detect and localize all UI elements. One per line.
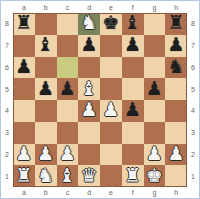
square-d5[interactable]: ♝ xyxy=(78,78,100,100)
square-c8[interactable] xyxy=(57,13,79,35)
corner-top-right xyxy=(187,1,199,13)
rank-label-2: 2 xyxy=(1,144,13,166)
square-g7[interactable] xyxy=(144,35,166,57)
file-label-e: e xyxy=(100,187,122,198)
corner-top-left xyxy=(1,1,13,13)
rank-label-8: 8 xyxy=(1,13,13,35)
file-label-c: c xyxy=(57,1,79,13)
black-rook-a8[interactable]: ♜ xyxy=(15,13,32,32)
square-a7[interactable] xyxy=(13,35,35,57)
chess-board-widget: abcdefgh 87654321 ♜♞♚♝♜♝♟♟♟♟♞♟♟♝♟♟♟♟♟♟♟♟… xyxy=(0,0,200,199)
black-knight-h6[interactable]: ♞ xyxy=(168,57,185,76)
white-pawn-c2[interactable]: ♟ xyxy=(59,144,76,163)
square-e5[interactable] xyxy=(100,78,122,100)
square-a4[interactable] xyxy=(13,100,35,122)
square-b8[interactable] xyxy=(35,13,57,35)
square-h1[interactable] xyxy=(165,165,187,187)
file-label-a: a xyxy=(13,1,35,13)
square-f8[interactable]: ♝ xyxy=(122,13,144,35)
square-e7[interactable] xyxy=(100,35,122,57)
square-d3[interactable] xyxy=(78,122,100,144)
square-d8[interactable]: ♞ xyxy=(78,13,100,35)
black-pawn-b5[interactable]: ♟ xyxy=(37,79,54,98)
square-h2[interactable]: ♟ xyxy=(165,144,187,166)
square-a5[interactable] xyxy=(13,78,35,100)
square-a1[interactable]: ♜ xyxy=(13,165,35,187)
square-g3[interactable] xyxy=(144,122,166,144)
square-c2[interactable]: ♟ xyxy=(57,144,79,166)
square-e4[interactable]: ♟ xyxy=(100,100,122,122)
black-rook-h8[interactable]: ♜ xyxy=(168,13,185,32)
square-d1[interactable]: ♛ xyxy=(78,165,100,187)
square-c7[interactable] xyxy=(57,35,79,57)
file-label-e: e xyxy=(100,1,122,13)
rank-label-7: 7 xyxy=(187,35,199,57)
file-label-d: d xyxy=(78,1,100,13)
square-b4[interactable] xyxy=(35,100,57,122)
chess-board[interactable]: ♜♞♚♝♜♝♟♟♟♟♞♟♟♝♟♟♟♟♟♟♟♟♟♜♞♝♛♜♚ xyxy=(13,13,187,187)
square-f6[interactable] xyxy=(122,57,144,79)
rank-label-3: 3 xyxy=(1,122,13,144)
square-b1[interactable]: ♞ xyxy=(35,165,57,187)
square-c6[interactable] xyxy=(57,57,79,79)
rank-label-5: 5 xyxy=(1,78,13,100)
square-h4[interactable] xyxy=(165,100,187,122)
square-h7[interactable]: ♟ xyxy=(165,35,187,57)
file-label-b: b xyxy=(35,1,57,13)
white-queen-d1[interactable]: ♛ xyxy=(81,166,98,185)
rank-label-2: 2 xyxy=(187,144,199,166)
rank-label-6: 6 xyxy=(187,57,199,79)
rank-label-1: 1 xyxy=(1,165,13,187)
square-g2[interactable]: ♟ xyxy=(144,144,166,166)
square-f7[interactable]: ♟ xyxy=(122,35,144,57)
square-b6[interactable] xyxy=(35,57,57,79)
square-a6[interactable]: ♟ xyxy=(13,57,35,79)
file-label-c: c xyxy=(57,187,79,198)
white-king-g1[interactable]: ♚ xyxy=(146,166,163,185)
square-d4[interactable]: ♟ xyxy=(78,100,100,122)
rank-label-1: 1 xyxy=(187,165,199,187)
black-pawn-f7[interactable]: ♟ xyxy=(124,35,141,54)
square-h8[interactable]: ♜ xyxy=(165,13,187,35)
file-label-h: h xyxy=(165,187,187,198)
square-c3[interactable] xyxy=(57,122,79,144)
white-pawn-h2[interactable]: ♟ xyxy=(168,144,185,163)
file-label-h: h xyxy=(165,1,187,13)
white-pawn-e4[interactable]: ♟ xyxy=(102,100,119,119)
rank-label-4: 4 xyxy=(1,100,13,122)
file-label-g: g xyxy=(144,187,166,198)
square-h3[interactable] xyxy=(165,122,187,144)
white-bishop-c1[interactable]: ♝ xyxy=(59,166,76,185)
white-pawn-a2[interactable]: ♟ xyxy=(15,144,32,163)
square-a8[interactable]: ♜ xyxy=(13,13,35,35)
square-g6[interactable] xyxy=(144,57,166,79)
square-f1[interactable]: ♜ xyxy=(122,165,144,187)
square-c4[interactable] xyxy=(57,100,79,122)
white-rook-a1[interactable]: ♜ xyxy=(15,166,32,185)
square-a3[interactable] xyxy=(13,122,35,144)
square-f4[interactable]: ♟ xyxy=(122,100,144,122)
square-b2[interactable]: ♟ xyxy=(35,144,57,166)
black-pawn-d7[interactable]: ♟ xyxy=(81,35,98,54)
file-label-d: d xyxy=(78,187,100,198)
white-pawn-d4[interactable]: ♟ xyxy=(81,100,98,119)
square-g5[interactable]: ♟ xyxy=(144,78,166,100)
black-pawn-f4[interactable]: ♟ xyxy=(124,100,141,119)
square-c1[interactable]: ♝ xyxy=(57,165,79,187)
rank-label-4: 4 xyxy=(187,100,199,122)
file-label-b: b xyxy=(35,187,57,198)
square-c5[interactable]: ♟ xyxy=(57,78,79,100)
rank-label-5: 5 xyxy=(187,78,199,100)
corner-bottom-right xyxy=(187,187,199,199)
square-h5[interactable] xyxy=(165,78,187,100)
file-labels-bottom: abcdefgh xyxy=(13,187,187,198)
square-g4[interactable] xyxy=(144,100,166,122)
square-g1[interactable]: ♚ xyxy=(144,165,166,187)
square-g8[interactable] xyxy=(144,13,166,35)
white-knight-d8[interactable]: ♞ xyxy=(81,13,98,32)
black-bishop-b7[interactable]: ♝ xyxy=(37,35,54,54)
white-pawn-b2[interactable]: ♟ xyxy=(37,144,54,163)
white-knight-b1[interactable]: ♞ xyxy=(37,166,54,185)
square-e1[interactable] xyxy=(100,165,122,187)
rank-labels-left: 87654321 xyxy=(1,13,13,187)
square-e6[interactable] xyxy=(100,57,122,79)
square-d7[interactable]: ♟ xyxy=(78,35,100,57)
square-b3[interactable] xyxy=(35,122,57,144)
file-label-g: g xyxy=(144,1,166,13)
square-e3[interactable] xyxy=(100,122,122,144)
file-label-a: a xyxy=(13,187,35,198)
square-h6[interactable]: ♞ xyxy=(165,57,187,79)
black-pawn-g5[interactable]: ♟ xyxy=(146,79,163,98)
corner-bottom-left xyxy=(1,187,13,199)
rank-label-6: 6 xyxy=(1,57,13,79)
square-d6[interactable] xyxy=(78,57,100,79)
rank-label-8: 8 xyxy=(187,13,199,35)
rank-labels-right: 87654321 xyxy=(187,13,199,187)
file-label-f: f xyxy=(122,187,144,198)
square-e8[interactable]: ♚ xyxy=(100,13,122,35)
black-pawn-c5[interactable]: ♟ xyxy=(59,79,76,98)
square-d2[interactable] xyxy=(78,144,100,166)
rank-label-3: 3 xyxy=(187,122,199,144)
square-e2[interactable] xyxy=(100,144,122,166)
file-labels-top: abcdefgh xyxy=(13,1,187,13)
square-f2[interactable] xyxy=(122,144,144,166)
black-king-e8[interactable]: ♚ xyxy=(102,13,119,32)
black-pawn-h7[interactable]: ♟ xyxy=(168,35,185,54)
white-pawn-g2[interactable]: ♟ xyxy=(146,144,163,163)
square-a2[interactable]: ♟ xyxy=(13,144,35,166)
black-bishop-f8[interactable]: ♝ xyxy=(124,13,141,32)
square-b7[interactable]: ♝ xyxy=(35,35,57,57)
black-pawn-a6[interactable]: ♟ xyxy=(15,57,32,76)
white-bishop-d5[interactable]: ♝ xyxy=(81,79,98,98)
square-b5[interactable]: ♟ xyxy=(35,78,57,100)
square-f3[interactable] xyxy=(122,122,144,144)
rank-label-7: 7 xyxy=(1,35,13,57)
white-rook-f1[interactable]: ♜ xyxy=(124,166,141,185)
square-f5[interactable] xyxy=(122,78,144,100)
file-label-f: f xyxy=(122,1,144,13)
